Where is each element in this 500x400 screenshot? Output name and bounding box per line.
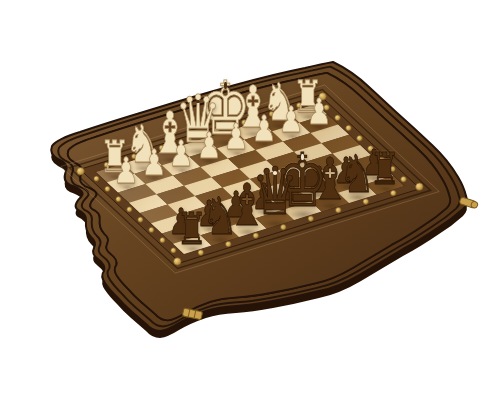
brass-stud: [357, 136, 363, 142]
brass-stud: [401, 177, 407, 183]
brass-stud: [104, 162, 109, 167]
brass-stud: [138, 217, 143, 222]
brass-rosette: [416, 183, 424, 191]
brass-stud: [149, 227, 154, 232]
brass-stud: [198, 250, 204, 256]
brass-stud: [105, 186, 110, 191]
brass-stud: [132, 154, 137, 159]
brass-stud: [368, 146, 374, 152]
brass-stud: [336, 207, 342, 213]
brass-stud: [127, 207, 132, 212]
brass-stud: [214, 128, 219, 133]
brass-stud: [335, 115, 341, 121]
brass-stud: [171, 248, 176, 253]
brass-stud: [269, 111, 274, 116]
brass-stud: [324, 105, 330, 111]
brass-stud: [281, 224, 287, 230]
brass-rosette: [77, 168, 85, 176]
brass-stud: [390, 166, 396, 172]
brass-stud: [159, 145, 164, 150]
brass-stud: [308, 216, 314, 222]
brass-stud: [94, 176, 99, 181]
brass-stud: [160, 238, 165, 243]
brass-stud: [379, 156, 385, 162]
brass-stud: [391, 190, 397, 196]
product-photo-stage: { "scene": { "background_color": "#fffff…: [0, 0, 500, 400]
brass-stud: [187, 137, 192, 142]
brass-stud: [116, 197, 121, 202]
brass-stud: [297, 103, 302, 108]
brass-stud: [363, 199, 369, 205]
brass-rosette: [174, 258, 182, 266]
brass-stud: [242, 120, 247, 125]
brass-stud: [346, 125, 352, 131]
brass-stud: [226, 241, 232, 247]
brass-stud: [253, 233, 259, 239]
brass-rosette: [319, 93, 327, 101]
